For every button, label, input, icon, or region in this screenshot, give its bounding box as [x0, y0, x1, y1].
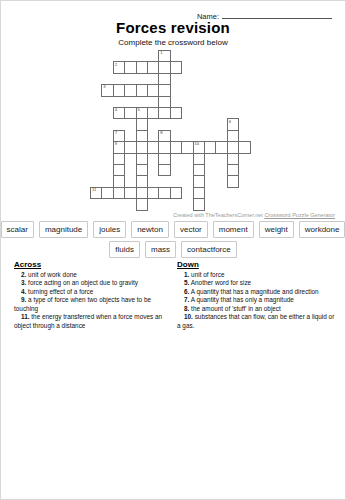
- grid-cell[interactable]: [170, 61, 182, 73]
- clue-number: 8: [160, 131, 162, 136]
- word-bank-item: contactforce: [181, 241, 237, 258]
- down-clue: 1. unit of force: [177, 271, 339, 279]
- grid-cell[interactable]: [158, 164, 170, 176]
- clue-number: 6: [229, 120, 231, 125]
- clue-number: 10: [194, 142, 199, 147]
- clue-number: 7: [115, 131, 117, 136]
- across-clue: 3. force acting on an object due to grav…: [14, 279, 166, 287]
- clue-number: 11: [92, 188, 96, 193]
- across-heading: Across: [14, 260, 166, 269]
- word-bank-item: vector: [174, 221, 208, 238]
- grid-cell[interactable]: [136, 198, 148, 210]
- clue-number: 4: [115, 108, 117, 113]
- word-bank-item: weight: [259, 221, 294, 238]
- clue-number: 5: [137, 108, 139, 113]
- word-bank-item: joules: [93, 221, 126, 238]
- credit-line: Created with TheTeachersCorner.net Cross…: [173, 212, 335, 218]
- across-clue: 4. turning effect of a force: [14, 288, 166, 296]
- across-clues: Across 2. unit of work done3. force acti…: [14, 260, 166, 330]
- grid-cell[interactable]: [193, 198, 205, 210]
- clue-number: 3: [103, 85, 105, 90]
- grid-cell[interactable]: [170, 187, 182, 199]
- credit-text: Created with TheTeachersCorner.net: [173, 212, 264, 218]
- word-bank-item: scalar: [1, 221, 34, 238]
- page-subtitle: Complete the crossword below: [1, 38, 345, 47]
- across-clue: 2. unit of work done: [14, 271, 166, 279]
- down-clue: 5. Another word for size: [177, 279, 339, 287]
- crossword-grid: 1234567891011: [90, 50, 252, 212]
- grid-cell[interactable]: [238, 141, 250, 153]
- page-title: Forces revision: [1, 19, 345, 36]
- down-clue: 8. the amount of 'stuff' in an object: [177, 305, 339, 313]
- down-clues: Down 1. unit of force5. Another word for…: [177, 260, 339, 330]
- worksheet-page: Name: Forces revision Complete the cross…: [0, 0, 346, 500]
- name-input-line[interactable]: [222, 10, 332, 19]
- clue-number: 2: [115, 63, 117, 68]
- clue-number: 1: [160, 51, 162, 56]
- down-clue: 10. substances that can flow, can be eit…: [177, 313, 339, 330]
- word-bank-item: magnitude: [39, 221, 88, 238]
- word-bank-item: fluids: [109, 241, 140, 258]
- clue-number: 9: [115, 142, 117, 147]
- generator-link[interactable]: Crossword Puzzle Generator: [264, 212, 335, 218]
- down-clue: 6. A quantity that has a magnitude and d…: [177, 288, 339, 296]
- grid-cell[interactable]: [170, 107, 182, 119]
- word-bank-item: newton: [131, 221, 169, 238]
- down-clue: 7. A quantity that has only a magnitude: [177, 296, 339, 304]
- down-heading: Down: [177, 260, 339, 269]
- across-clue: 11. the energy transferred when a force …: [14, 313, 166, 330]
- grid-cell[interactable]: [227, 175, 239, 187]
- word-bank-item: mass: [145, 241, 176, 258]
- word-bank-item: workdone: [299, 221, 346, 238]
- across-list: 2. unit of work done3. force acting on a…: [14, 271, 166, 330]
- across-clue: 9. a type of force when two objects have…: [14, 296, 166, 313]
- word-bank-row-1: scalarmagnitudejoulesnewtonvectormomentw…: [1, 221, 345, 238]
- word-bank-row-2: fluidsmasscontactforce: [1, 241, 345, 258]
- down-list: 1. unit of force5. Another word for size…: [177, 271, 339, 330]
- word-bank-item: moment: [213, 221, 254, 238]
